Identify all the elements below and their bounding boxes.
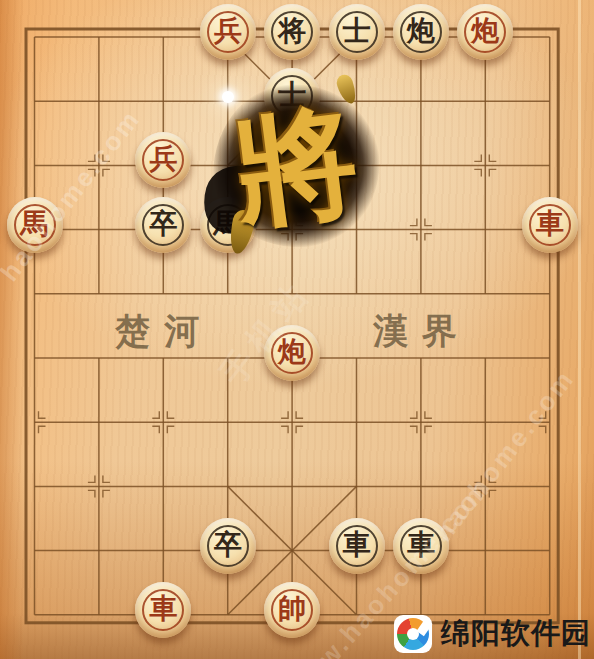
piece-black[interactable]: 炮 (393, 4, 449, 60)
piece-glyph: 士 (278, 81, 306, 109)
piece-glyph: 馬 (214, 210, 242, 238)
piece-glyph: 車 (343, 531, 371, 559)
piece-red[interactable]: 帥 (264, 582, 320, 638)
piece-red[interactable]: 兵 (200, 4, 256, 60)
piece-black[interactable]: 車 (393, 518, 449, 574)
piece-red[interactable]: 車 (135, 582, 191, 638)
piece-black[interactable]: 士 (264, 68, 320, 124)
site-logo: 绵阳软件园 (394, 614, 591, 654)
pinwheel-icon (394, 615, 432, 653)
piece-glyph: 卒 (149, 210, 177, 238)
piece-glyph: 帥 (278, 595, 306, 623)
piece-glyph: 馬 (21, 210, 49, 238)
piece-red[interactable]: 炮 (264, 325, 320, 381)
piece-black[interactable]: 士 (329, 4, 385, 60)
piece-glyph: 兵 (214, 17, 242, 45)
piece-black[interactable]: 馬 (200, 197, 256, 253)
piece-glyph: 炮 (407, 17, 435, 45)
piece-black[interactable]: 卒 (200, 518, 256, 574)
piece-red[interactable]: 炮 (457, 4, 513, 60)
piece-glyph: 車 (149, 595, 177, 623)
piece-glyph: 車 (536, 210, 564, 238)
piece-black[interactable]: 車 (329, 518, 385, 574)
piece-black[interactable]: 卒 (135, 197, 191, 253)
piece-glyph: 士 (343, 17, 371, 45)
piece-red[interactable]: 車 (522, 197, 578, 253)
piece-glyph: 兵 (149, 145, 177, 173)
piece-glyph: 将 (278, 17, 306, 45)
piece-glyph: 炮 (471, 17, 499, 45)
xiangqi-board[interactable]: 楚河 漢界 兵将士炮炮士兵馬卒馬車炮卒車車車帥 haohome.com 手机站 … (0, 0, 594, 659)
site-logo-text: 绵阳软件园 (441, 614, 591, 654)
piece-black[interactable]: 将 (264, 4, 320, 60)
piece-glyph: 卒 (214, 531, 242, 559)
piece-red[interactable]: 馬 (7, 197, 63, 253)
piece-glyph: 炮 (278, 338, 306, 366)
last-move-indicator (222, 91, 234, 103)
piece-glyph: 車 (407, 531, 435, 559)
